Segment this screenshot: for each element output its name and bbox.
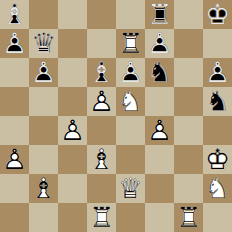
- black-pawn[interactable]: ♟♙: [203, 58, 232, 87]
- white-king[interactable]: ♚♔: [203, 145, 232, 174]
- square-h5[interactable]: ♞♘: [203, 87, 232, 116]
- square-d7[interactable]: [87, 29, 116, 58]
- white-knight-detail: ♘: [203, 174, 232, 203]
- square-c3[interactable]: [58, 145, 87, 174]
- square-b6[interactable]: ♟♙: [29, 58, 58, 87]
- black-pawn-detail: ♙: [203, 58, 232, 87]
- chess-board: ♝♗♜♖♚♔♟♙♛♕♜♖♟♙♟♙♝♗♟♙♞♘♟♙♟♙♞♘♞♘♟♙♟♙♟♙♝♗♚♔…: [0, 0, 232, 232]
- square-c1[interactable]: [58, 203, 87, 232]
- black-pawn[interactable]: ♟♙: [0, 29, 29, 58]
- square-a1[interactable]: [0, 203, 29, 232]
- square-e6[interactable]: ♟♙: [116, 58, 145, 87]
- white-rook-detail: ♖: [116, 29, 145, 58]
- square-b5[interactable]: [29, 87, 58, 116]
- black-bishop[interactable]: ♝♗: [87, 58, 116, 87]
- white-rook-detail: ♖: [174, 203, 203, 232]
- square-a2[interactable]: [0, 174, 29, 203]
- black-knight-detail: ♘: [203, 87, 232, 116]
- white-knight[interactable]: ♞♘: [203, 174, 232, 203]
- black-queen[interactable]: ♛♕: [29, 29, 58, 58]
- square-h7[interactable]: [203, 29, 232, 58]
- square-e7[interactable]: ♜♖: [116, 29, 145, 58]
- black-bishop-detail: ♗: [87, 58, 116, 87]
- black-pawn-detail: ♙: [145, 29, 174, 58]
- square-e2[interactable]: ♛♕: [116, 174, 145, 203]
- white-pawn[interactable]: ♟♙: [87, 87, 116, 116]
- white-pawn[interactable]: ♟♙: [0, 145, 29, 174]
- square-a8[interactable]: ♝♗: [0, 0, 29, 29]
- black-king-detail: ♔: [203, 0, 232, 29]
- white-bishop[interactable]: ♝♗: [87, 145, 116, 174]
- square-a6[interactable]: [0, 58, 29, 87]
- square-f2[interactable]: [145, 174, 174, 203]
- square-h3[interactable]: ♚♔: [203, 145, 232, 174]
- square-f3[interactable]: [145, 145, 174, 174]
- black-pawn-detail: ♙: [0, 29, 29, 58]
- square-b3[interactable]: [29, 145, 58, 174]
- square-e4[interactable]: [116, 116, 145, 145]
- white-pawn-detail: ♙: [87, 87, 116, 116]
- square-d5[interactable]: ♟♙: [87, 87, 116, 116]
- square-a3[interactable]: ♟♙: [0, 145, 29, 174]
- black-knight-detail: ♘: [145, 58, 174, 87]
- square-b2[interactable]: ♝♗: [29, 174, 58, 203]
- square-f4[interactable]: ♟♙: [145, 116, 174, 145]
- square-h8[interactable]: ♚♔: [203, 0, 232, 29]
- black-bishop[interactable]: ♝♗: [0, 0, 29, 29]
- square-h4[interactable]: [203, 116, 232, 145]
- black-king[interactable]: ♚♔: [203, 0, 232, 29]
- square-f8[interactable]: ♜♖: [145, 0, 174, 29]
- square-c8[interactable]: [58, 0, 87, 29]
- square-c4[interactable]: ♟♙: [58, 116, 87, 145]
- square-c2[interactable]: [58, 174, 87, 203]
- square-g6[interactable]: [174, 58, 203, 87]
- square-e5[interactable]: ♞♘: [116, 87, 145, 116]
- square-d8[interactable]: [87, 0, 116, 29]
- square-f5[interactable]: [145, 87, 174, 116]
- square-a7[interactable]: ♟♙: [0, 29, 29, 58]
- square-c5[interactable]: [58, 87, 87, 116]
- white-bishop-detail: ♗: [87, 145, 116, 174]
- square-f1[interactable]: [145, 203, 174, 232]
- square-e3[interactable]: [116, 145, 145, 174]
- white-knight[interactable]: ♞♘: [116, 87, 145, 116]
- square-h6[interactable]: ♟♙: [203, 58, 232, 87]
- white-bishop[interactable]: ♝♗: [29, 174, 58, 203]
- white-knight-detail: ♘: [116, 87, 145, 116]
- black-pawn-detail: ♙: [116, 58, 145, 87]
- square-g8[interactable]: [174, 0, 203, 29]
- black-pawn[interactable]: ♟♙: [116, 58, 145, 87]
- white-rook[interactable]: ♜♖: [87, 203, 116, 232]
- square-e1[interactable]: [116, 203, 145, 232]
- square-f6[interactable]: ♞♘: [145, 58, 174, 87]
- square-b7[interactable]: ♛♕: [29, 29, 58, 58]
- square-g3[interactable]: [174, 145, 203, 174]
- black-knight[interactable]: ♞♘: [145, 58, 174, 87]
- square-d6[interactable]: ♝♗: [87, 58, 116, 87]
- black-pawn[interactable]: ♟♙: [29, 58, 58, 87]
- square-f7[interactable]: ♟♙: [145, 29, 174, 58]
- square-g4[interactable]: [174, 116, 203, 145]
- white-pawn[interactable]: ♟♙: [58, 116, 87, 145]
- square-a4[interactable]: [0, 116, 29, 145]
- square-b8[interactable]: [29, 0, 58, 29]
- white-rook-detail: ♖: [87, 203, 116, 232]
- square-d4[interactable]: [87, 116, 116, 145]
- square-h1[interactable]: [203, 203, 232, 232]
- black-pawn[interactable]: ♟♙: [145, 29, 174, 58]
- white-pawn-detail: ♙: [58, 116, 87, 145]
- white-pawn-detail: ♙: [145, 116, 174, 145]
- white-bishop-detail: ♗: [29, 174, 58, 203]
- square-g2[interactable]: [174, 174, 203, 203]
- white-queen[interactable]: ♛♕: [116, 174, 145, 203]
- square-d3[interactable]: ♝♗: [87, 145, 116, 174]
- square-b4[interactable]: [29, 116, 58, 145]
- square-c6[interactable]: [58, 58, 87, 87]
- black-rook[interactable]: ♜♖: [145, 0, 174, 29]
- black-pawn-detail: ♙: [29, 58, 58, 87]
- white-queen-detail: ♕: [116, 174, 145, 203]
- white-pawn-detail: ♙: [0, 145, 29, 174]
- white-king-detail: ♔: [203, 145, 232, 174]
- square-d1[interactable]: ♜♖: [87, 203, 116, 232]
- white-pawn[interactable]: ♟♙: [145, 116, 174, 145]
- square-d2[interactable]: [87, 174, 116, 203]
- square-b1[interactable]: [29, 203, 58, 232]
- white-rook[interactable]: ♜♖: [174, 203, 203, 232]
- square-g7[interactable]: [174, 29, 203, 58]
- white-rook[interactable]: ♜♖: [116, 29, 145, 58]
- square-g1[interactable]: ♜♖: [174, 203, 203, 232]
- black-bishop-detail: ♗: [0, 0, 29, 29]
- black-rook-detail: ♖: [145, 0, 174, 29]
- black-knight[interactable]: ♞♘: [203, 87, 232, 116]
- black-queen-detail: ♕: [29, 29, 58, 58]
- square-h2[interactable]: ♞♘: [203, 174, 232, 203]
- square-g5[interactable]: [174, 87, 203, 116]
- square-e8[interactable]: [116, 0, 145, 29]
- square-c7[interactable]: [58, 29, 87, 58]
- square-a5[interactable]: [0, 87, 29, 116]
